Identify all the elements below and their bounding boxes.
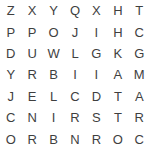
grid-cell-r1c1[interactable]: Z xyxy=(0,0,21,21)
grid-cell-r4c4[interactable]: I xyxy=(64,64,85,85)
grid-cell-r4c5[interactable]: I xyxy=(86,64,107,85)
grid-cell-r6c6[interactable]: T xyxy=(107,107,128,128)
grid-cell-r4c2[interactable]: R xyxy=(21,64,42,85)
grid-cell-r4c1[interactable]: Y xyxy=(0,64,21,85)
grid-cell-r3c1[interactable]: D xyxy=(0,43,21,64)
grid-cell-r2c2[interactable]: P xyxy=(21,21,42,42)
grid-cell-r3c5[interactable]: G xyxy=(86,43,107,64)
grid-cell-r4c6[interactable]: A xyxy=(107,64,128,85)
grid-cell-r7c7[interactable]: C xyxy=(129,129,150,150)
grid-cell-r4c3[interactable]: B xyxy=(43,64,64,85)
grid-cell-r3c7[interactable]: G xyxy=(129,43,150,64)
grid-cell-r1c7[interactable]: T xyxy=(129,0,150,21)
grid-cell-r5c6[interactable]: T xyxy=(107,86,128,107)
grid-cell-r4c7[interactable]: M xyxy=(129,64,150,85)
grid-cell-r3c6[interactable]: K xyxy=(107,43,128,64)
grid-cell-r2c1[interactable]: P xyxy=(0,21,21,42)
grid-cell-r7c3[interactable]: B xyxy=(43,129,64,150)
grid-cell-r1c6[interactable]: H xyxy=(107,0,128,21)
grid-cell-r1c5[interactable]: X xyxy=(86,0,107,21)
grid-cell-r3c2[interactable]: U xyxy=(21,43,42,64)
grid-cell-r6c4[interactable]: R xyxy=(64,107,85,128)
grid-cell-r7c6[interactable]: O xyxy=(107,129,128,150)
grid-cell-r5c7[interactable]: A xyxy=(129,86,150,107)
grid-cell-r1c2[interactable]: X xyxy=(21,0,42,21)
grid-cell-r5c1[interactable]: J xyxy=(0,86,21,107)
grid-cell-r2c6[interactable]: H xyxy=(107,21,128,42)
grid-cell-r1c4[interactable]: Q xyxy=(64,0,85,21)
grid-cell-r7c5[interactable]: R xyxy=(86,129,107,150)
grid-cell-r3c3[interactable]: W xyxy=(43,43,64,64)
grid-cell-r7c2[interactable]: R xyxy=(21,129,42,150)
grid-cell-r5c5[interactable]: D xyxy=(86,86,107,107)
grid-cell-r1c3[interactable]: Y xyxy=(43,0,64,21)
grid-cell-r2c7[interactable]: C xyxy=(129,21,150,42)
grid-cell-r6c1[interactable]: C xyxy=(0,107,21,128)
grid-cell-r2c5[interactable]: I xyxy=(86,21,107,42)
grid-cell-r7c4[interactable]: N xyxy=(64,129,85,150)
grid-cell-r7c1[interactable]: O xyxy=(0,129,21,150)
grid-cell-r6c7[interactable]: R xyxy=(129,107,150,128)
grid-cell-r6c5[interactable]: S xyxy=(86,107,107,128)
grid-cell-r2c4[interactable]: J xyxy=(64,21,85,42)
grid-cell-r6c2[interactable]: N xyxy=(21,107,42,128)
word-search-grid: ZXYQXHTPPOJIHCDUWLGKGYRBIIAMJELCDTACNIRS… xyxy=(0,0,150,150)
grid-cell-r5c3[interactable]: L xyxy=(43,86,64,107)
grid-cell-r5c4[interactable]: C xyxy=(64,86,85,107)
grid-cell-r2c3[interactable]: O xyxy=(43,21,64,42)
grid-cell-r6c3[interactable]: I xyxy=(43,107,64,128)
grid-cell-r3c4[interactable]: L xyxy=(64,43,85,64)
grid-cell-r5c2[interactable]: E xyxy=(21,86,42,107)
